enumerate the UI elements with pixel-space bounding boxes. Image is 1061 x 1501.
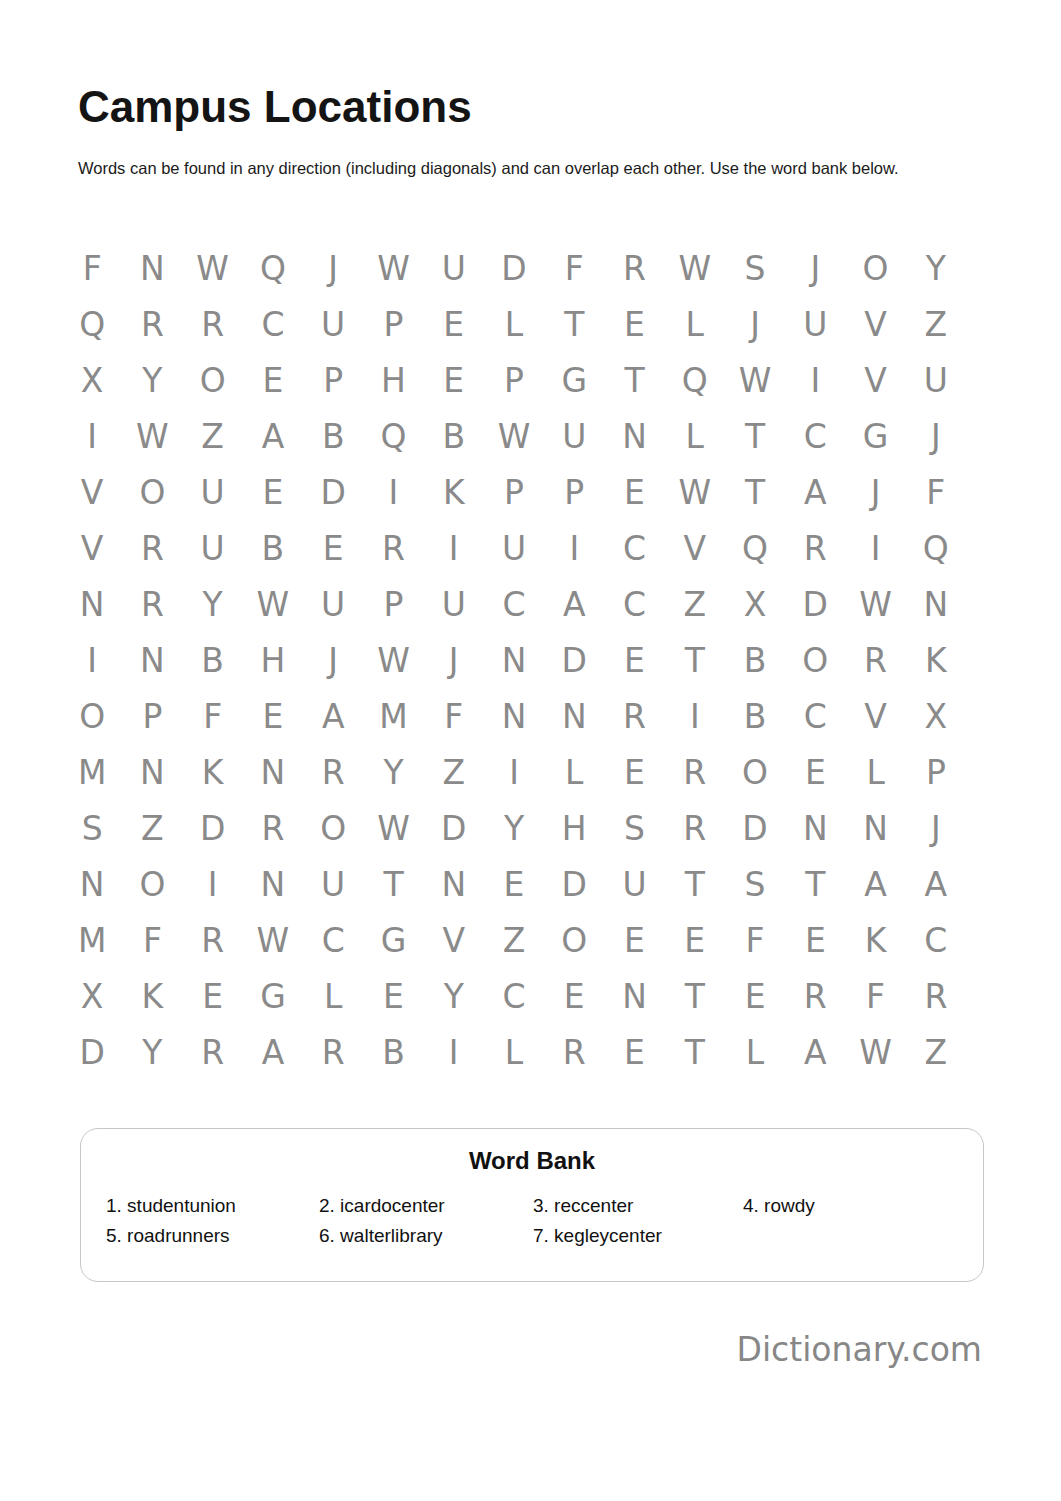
grid-cell[interactable]: A <box>845 856 905 912</box>
grid-cell[interactable]: Y <box>183 576 243 632</box>
grid-cell[interactable]: S <box>604 800 664 856</box>
grid-cell[interactable]: U <box>424 240 484 296</box>
grid-cell[interactable]: R <box>183 296 243 352</box>
grid-cell[interactable]: Z <box>424 744 484 800</box>
grid-cell[interactable]: O <box>122 856 182 912</box>
grid-cell[interactable]: U <box>303 296 363 352</box>
grid-cell[interactable]: K <box>845 912 905 968</box>
grid-cell[interactable]: R <box>303 744 363 800</box>
grid-cell[interactable]: W <box>243 576 303 632</box>
grid-cell[interactable]: T <box>725 408 785 464</box>
grid-cell[interactable]: N <box>906 576 966 632</box>
grid-cell[interactable]: Y <box>484 800 544 856</box>
grid-cell[interactable]: Q <box>725 520 785 576</box>
grid-cell[interactable]: O <box>122 464 182 520</box>
grid-cell[interactable]: I <box>62 632 122 688</box>
grid-cell[interactable]: W <box>725 352 785 408</box>
grid-cell[interactable]: C <box>604 576 664 632</box>
grid-cell[interactable]: H <box>363 352 423 408</box>
grid-cell[interactable]: V <box>845 688 905 744</box>
grid-cell[interactable]: N <box>484 632 544 688</box>
grid-cell[interactable]: D <box>303 464 363 520</box>
grid-cell[interactable]: P <box>363 296 423 352</box>
brand-footer: Dictionary.com <box>736 1330 982 1369</box>
grid-cell[interactable]: R <box>845 632 905 688</box>
grid-cell[interactable]: A <box>243 408 303 464</box>
grid-cell[interactable]: W <box>484 408 544 464</box>
grid-cell[interactable]: R <box>665 744 725 800</box>
grid-cell[interactable]: T <box>665 968 725 1024</box>
grid-cell[interactable]: E <box>303 520 363 576</box>
grid-cell[interactable]: F <box>906 464 966 520</box>
grid-cell[interactable]: Z <box>906 296 966 352</box>
grid-cell[interactable]: P <box>484 352 544 408</box>
grid-cell[interactable]: A <box>303 688 363 744</box>
grid-cell[interactable]: T <box>665 632 725 688</box>
grid-cell[interactable]: W <box>363 800 423 856</box>
grid-cell[interactable]: D <box>785 576 845 632</box>
grid-cell[interactable]: R <box>122 296 182 352</box>
grid-cell[interactable]: V <box>845 352 905 408</box>
grid-cell[interactable]: Z <box>122 800 182 856</box>
grid-cell[interactable]: F <box>183 688 243 744</box>
grid-cell[interactable]: Q <box>363 408 423 464</box>
word-bank-item: 6. walterlibrary <box>319 1221 533 1250</box>
word-bank-list: 1. studentunion2. icardocenter3. reccent… <box>81 1191 983 1250</box>
grid-cell[interactable]: N <box>604 408 664 464</box>
grid-cell[interactable]: O <box>845 240 905 296</box>
grid-cell[interactable]: R <box>363 520 423 576</box>
grid-cell[interactable]: E <box>243 688 303 744</box>
grid-cell[interactable]: B <box>303 408 363 464</box>
grid-cell[interactable]: E <box>725 968 785 1024</box>
grid-cell[interactable]: E <box>604 912 664 968</box>
grid-cell[interactable]: B <box>363 1024 423 1080</box>
grid-cell[interactable]: O <box>544 912 604 968</box>
grid-cell[interactable]: R <box>243 800 303 856</box>
grid-cell[interactable]: F <box>845 968 905 1024</box>
grid-cell[interactable]: I <box>424 1024 484 1080</box>
grid-cell[interactable]: B <box>725 688 785 744</box>
grid-cell[interactable]: T <box>785 856 845 912</box>
grid-cell[interactable]: W <box>243 912 303 968</box>
grid-cell[interactable]: M <box>62 912 122 968</box>
grid-cell[interactable]: M <box>363 688 423 744</box>
grid-cell[interactable]: R <box>544 1024 604 1080</box>
grid-cell[interactable]: A <box>544 576 604 632</box>
word-bank-item: 4. rowdy <box>743 1191 983 1220</box>
grid-cell[interactable]: N <box>122 632 182 688</box>
grid-cell[interactable]: U <box>303 576 363 632</box>
grid-cell[interactable]: R <box>122 520 182 576</box>
grid-cell[interactable]: I <box>484 744 544 800</box>
grid-cell[interactable]: L <box>544 744 604 800</box>
grid-cell[interactable]: E <box>424 296 484 352</box>
grid-cell[interactable]: R <box>785 968 845 1024</box>
grid-cell[interactable]: N <box>544 688 604 744</box>
grid-cell[interactable]: E <box>183 968 243 1024</box>
grid-cell[interactable]: Q <box>665 352 725 408</box>
grid-cell[interactable]: X <box>725 576 785 632</box>
grid-cell[interactable]: P <box>303 352 363 408</box>
grid-cell[interactable]: X <box>62 352 122 408</box>
grid-cell[interactable]: W <box>845 1024 905 1080</box>
grid-cell[interactable]: E <box>665 912 725 968</box>
grid-cell[interactable]: N <box>122 744 182 800</box>
grid-cell[interactable]: B <box>183 632 243 688</box>
grid-cell[interactable]: J <box>785 240 845 296</box>
grid-cell[interactable]: D <box>725 800 785 856</box>
grid-cell[interactable]: L <box>725 1024 785 1080</box>
grid-cell[interactable]: C <box>243 296 303 352</box>
word-bank-title: Word Bank <box>81 1147 983 1175</box>
grid-cell[interactable]: U <box>906 352 966 408</box>
grid-cell[interactable]: U <box>604 856 664 912</box>
grid-cell[interactable]: G <box>363 912 423 968</box>
grid-cell[interactable]: Y <box>906 240 966 296</box>
grid-cell[interactable]: J <box>906 800 966 856</box>
grid-cell[interactable]: L <box>484 1024 544 1080</box>
grid-cell[interactable]: L <box>484 296 544 352</box>
grid-cell[interactable]: U <box>183 464 243 520</box>
grid-cell[interactable]: V <box>845 296 905 352</box>
word-search-grid: FNWQJWUDFRWSJOYQRRCUPELTELJUVZXYOEPHEPGT… <box>62 240 966 1080</box>
grid-cell[interactable]: G <box>243 968 303 1024</box>
grid-cell[interactable]: P <box>363 576 423 632</box>
grid-cell[interactable]: C <box>785 408 845 464</box>
grid-cell[interactable]: A <box>243 1024 303 1080</box>
grid-cell[interactable]: N <box>62 576 122 632</box>
grid-cell[interactable]: Z <box>665 576 725 632</box>
grid-cell[interactable]: L <box>303 968 363 1024</box>
grid-cell[interactable]: B <box>243 520 303 576</box>
grid-cell[interactable]: H <box>243 632 303 688</box>
grid-cell[interactable]: V <box>665 520 725 576</box>
grid-cell[interactable]: X <box>906 688 966 744</box>
grid-cell[interactable]: U <box>484 520 544 576</box>
grid-cell[interactable]: R <box>604 240 664 296</box>
grid-cell[interactable]: N <box>845 800 905 856</box>
grid-cell[interactable]: F <box>62 240 122 296</box>
grid-cell[interactable]: R <box>183 1024 243 1080</box>
grid-cell[interactable]: E <box>243 352 303 408</box>
grid-cell[interactable]: N <box>243 744 303 800</box>
grid-cell[interactable]: M <box>62 744 122 800</box>
grid-cell[interactable]: C <box>484 576 544 632</box>
grid-cell[interactable]: O <box>785 632 845 688</box>
grid-cell[interactable]: C <box>785 688 845 744</box>
grid-cell[interactable]: E <box>604 744 664 800</box>
grid-cell[interactable]: S <box>62 800 122 856</box>
grid-cell[interactable]: C <box>484 968 544 1024</box>
grid-cell[interactable]: D <box>183 800 243 856</box>
grid-cell[interactable]: W <box>122 408 182 464</box>
grid-cell[interactable]: E <box>604 632 664 688</box>
grid-cell[interactable]: N <box>243 856 303 912</box>
grid-cell[interactable]: C <box>604 520 664 576</box>
grid-cell[interactable]: Z <box>183 408 243 464</box>
grid-cell[interactable]: J <box>303 240 363 296</box>
grid-cell[interactable]: R <box>665 800 725 856</box>
grid-cell[interactable]: Q <box>62 296 122 352</box>
grid-cell[interactable]: L <box>665 296 725 352</box>
grid-cell[interactable]: W <box>845 576 905 632</box>
grid-cell[interactable]: L <box>665 408 725 464</box>
grid-cell[interactable]: C <box>303 912 363 968</box>
grid-cell[interactable]: E <box>604 1024 664 1080</box>
grid-cell[interactable]: U <box>544 408 604 464</box>
grid-cell[interactable]: O <box>303 800 363 856</box>
grid-cell[interactable]: I <box>785 352 845 408</box>
grid-cell[interactable]: S <box>725 856 785 912</box>
grid-cell[interactable]: Q <box>243 240 303 296</box>
grid-cell[interactable]: I <box>544 520 604 576</box>
grid-cell[interactable]: R <box>906 968 966 1024</box>
worksheet-page: Campus Locations Words can be found in a… <box>0 0 1061 1501</box>
grid-cell[interactable]: D <box>544 632 604 688</box>
grid-cell[interactable]: B <box>725 632 785 688</box>
grid-cell[interactable]: E <box>604 296 664 352</box>
grid-cell[interactable]: Z <box>484 912 544 968</box>
grid-cell[interactable]: P <box>906 744 966 800</box>
grid-cell[interactable]: F <box>544 240 604 296</box>
grid-cell[interactable]: B <box>424 408 484 464</box>
grid-cell[interactable]: R <box>122 576 182 632</box>
grid-cell[interactable]: R <box>785 520 845 576</box>
grid-cell[interactable]: T <box>604 352 664 408</box>
grid-cell[interactable]: D <box>62 1024 122 1080</box>
grid-cell[interactable]: D <box>424 800 484 856</box>
grid-cell[interactable]: E <box>785 744 845 800</box>
grid-cell[interactable]: S <box>725 240 785 296</box>
grid-cell[interactable]: K <box>122 968 182 1024</box>
grid-cell[interactable]: C <box>906 912 966 968</box>
grid-cell[interactable]: Y <box>363 744 423 800</box>
grid-cell[interactable]: P <box>484 464 544 520</box>
page-title: Campus Locations <box>78 82 472 132</box>
grid-cell[interactable]: K <box>906 632 966 688</box>
grid-cell[interactable]: R <box>303 1024 363 1080</box>
grid-cell[interactable]: O <box>183 352 243 408</box>
grid-cell[interactable]: Y <box>122 1024 182 1080</box>
grid-cell[interactable]: D <box>544 856 604 912</box>
grid-cell[interactable]: U <box>303 856 363 912</box>
grid-cell[interactable]: V <box>424 912 484 968</box>
grid-cell[interactable]: G <box>845 408 905 464</box>
grid-cell[interactable]: E <box>424 352 484 408</box>
grid-cell[interactable]: E <box>785 912 845 968</box>
grid-cell[interactable]: F <box>424 688 484 744</box>
grid-cell[interactable]: J <box>725 296 785 352</box>
grid-cell[interactable]: H <box>544 800 604 856</box>
grid-cell[interactable]: I <box>845 520 905 576</box>
grid-cell[interactable]: N <box>604 968 664 1024</box>
grid-cell[interactable]: U <box>424 576 484 632</box>
grid-cell[interactable]: W <box>183 240 243 296</box>
word-bank-item: 2. icardocenter <box>319 1191 533 1220</box>
grid-cell[interactable]: K <box>424 464 484 520</box>
grid-cell[interactable]: U <box>183 520 243 576</box>
grid-cell[interactable]: A <box>785 464 845 520</box>
grid-cell[interactable]: W <box>665 464 725 520</box>
grid-cell[interactable]: Q <box>906 520 966 576</box>
grid-cell[interactable]: O <box>62 688 122 744</box>
grid-cell[interactable]: E <box>363 968 423 1024</box>
grid-cell[interactable]: V <box>62 520 122 576</box>
grid-cell[interactable]: F <box>122 912 182 968</box>
grid-cell[interactable]: K <box>183 744 243 800</box>
grid-cell[interactable]: P <box>544 464 604 520</box>
grid-cell[interactable]: J <box>424 632 484 688</box>
grid-cell[interactable]: Y <box>122 352 182 408</box>
grid-cell[interactable]: L <box>845 744 905 800</box>
word-bank-item: 1. studentunion <box>106 1191 319 1220</box>
grid-cell[interactable]: A <box>906 856 966 912</box>
grid-cell[interactable]: J <box>845 464 905 520</box>
grid-cell[interactable]: T <box>725 464 785 520</box>
word-bank-item: 7. kegleycenter <box>533 1221 743 1250</box>
grid-cell[interactable]: A <box>785 1024 845 1080</box>
grid-cell[interactable]: N <box>484 688 544 744</box>
grid-cell[interactable]: X <box>62 968 122 1024</box>
grid-cell[interactable]: J <box>303 632 363 688</box>
grid-cell[interactable]: E <box>243 464 303 520</box>
word-bank-item: 5. roadrunners <box>106 1221 319 1250</box>
grid-cell[interactable]: N <box>62 856 122 912</box>
grid-cell[interactable]: T <box>363 856 423 912</box>
grid-cell[interactable]: W <box>665 240 725 296</box>
grid-cell[interactable]: E <box>544 968 604 1024</box>
grid-cell[interactable]: T <box>665 856 725 912</box>
grid-cell[interactable]: T <box>665 1024 725 1080</box>
grid-cell[interactable]: U <box>785 296 845 352</box>
grid-cell[interactable]: R <box>604 688 664 744</box>
grid-cell[interactable]: V <box>62 464 122 520</box>
grid-cell[interactable]: N <box>424 856 484 912</box>
grid-cell[interactable]: I <box>62 408 122 464</box>
instructions-text: Words can be found in any direction (inc… <box>78 157 971 179</box>
grid-cell[interactable]: P <box>122 688 182 744</box>
grid-cell[interactable]: F <box>725 912 785 968</box>
grid-cell[interactable]: N <box>785 800 845 856</box>
grid-cell[interactable]: G <box>544 352 604 408</box>
grid-cell[interactable]: W <box>363 632 423 688</box>
grid-cell[interactable]: I <box>363 464 423 520</box>
grid-cell[interactable]: I <box>665 688 725 744</box>
grid-cell[interactable]: I <box>424 520 484 576</box>
word-bank-item: 3. reccenter <box>533 1191 743 1220</box>
word-bank: Word Bank 1. studentunion2. icardocenter… <box>80 1128 984 1282</box>
grid-cell[interactable]: R <box>183 912 243 968</box>
grid-cell[interactable]: E <box>604 464 664 520</box>
grid-cell[interactable]: E <box>484 856 544 912</box>
grid-cell[interactable]: N <box>122 240 182 296</box>
grid-cell[interactable]: J <box>906 408 966 464</box>
grid-cell[interactable]: Z <box>906 1024 966 1080</box>
grid-cell[interactable]: O <box>725 744 785 800</box>
grid-cell[interactable]: Y <box>424 968 484 1024</box>
grid-cell[interactable]: W <box>363 240 423 296</box>
grid-cell[interactable]: D <box>484 240 544 296</box>
grid-cell[interactable]: I <box>183 856 243 912</box>
grid-cell[interactable]: T <box>544 296 604 352</box>
